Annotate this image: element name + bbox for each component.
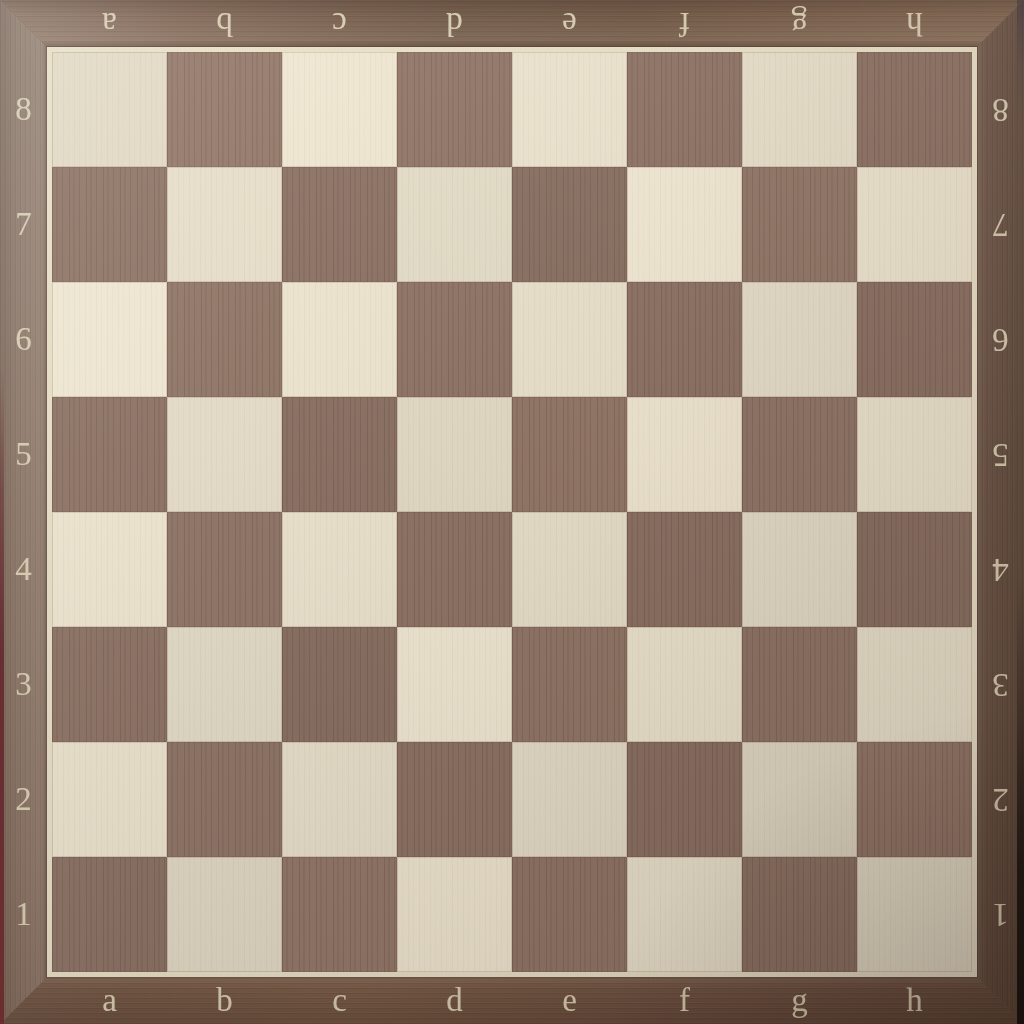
square-b3[interactable]	[167, 627, 282, 742]
file-label-top-d: d	[397, 0, 512, 47]
rank-label-left-1: 1	[0, 857, 47, 972]
square-d1[interactable]	[397, 857, 512, 972]
file-label-bottom-g: g	[742, 977, 857, 1024]
rank-label-left-4: 4	[0, 512, 47, 627]
square-f7[interactable]	[627, 167, 742, 282]
square-e6[interactable]	[512, 282, 627, 397]
square-b7[interactable]	[167, 167, 282, 282]
rank-label-left-3: 3	[0, 627, 47, 742]
file-label-bottom-f: f	[627, 977, 742, 1024]
square-d5[interactable]	[397, 397, 512, 512]
coords-top: abcdefgh	[52, 0, 972, 47]
coords-bottom: abcdefgh	[52, 977, 972, 1024]
rank-label-right-1: 1	[977, 857, 1024, 972]
square-d6[interactable]	[397, 282, 512, 397]
square-e4[interactable]	[512, 512, 627, 627]
square-g2[interactable]	[742, 742, 857, 857]
square-g7[interactable]	[742, 167, 857, 282]
square-e3[interactable]	[512, 627, 627, 742]
chessboard: abcdefgh abcdefgh 87654321 87654321	[0, 0, 1024, 1024]
square-c1[interactable]	[282, 857, 397, 972]
square-h3[interactable]	[857, 627, 972, 742]
rank-label-left-7: 7	[0, 167, 47, 282]
square-f1[interactable]	[627, 857, 742, 972]
square-b8[interactable]	[167, 52, 282, 167]
square-e1[interactable]	[512, 857, 627, 972]
file-label-bottom-a: a	[52, 977, 167, 1024]
square-g1[interactable]	[742, 857, 857, 972]
square-e8[interactable]	[512, 52, 627, 167]
square-g3[interactable]	[742, 627, 857, 742]
square-f5[interactable]	[627, 397, 742, 512]
square-e5[interactable]	[512, 397, 627, 512]
square-c3[interactable]	[282, 627, 397, 742]
square-g5[interactable]	[742, 397, 857, 512]
square-d3[interactable]	[397, 627, 512, 742]
square-a1[interactable]	[52, 857, 167, 972]
square-d4[interactable]	[397, 512, 512, 627]
square-a8[interactable]	[52, 52, 167, 167]
file-label-bottom-d: d	[397, 977, 512, 1024]
file-label-top-e: e	[512, 0, 627, 47]
square-h1[interactable]	[857, 857, 972, 972]
square-h7[interactable]	[857, 167, 972, 282]
file-label-top-g: g	[742, 0, 857, 47]
coords-right: 87654321	[977, 52, 1024, 972]
square-d2[interactable]	[397, 742, 512, 857]
rank-label-right-7: 7	[977, 167, 1024, 282]
file-label-bottom-h: h	[857, 977, 972, 1024]
rank-label-left-6: 6	[0, 282, 47, 397]
square-c2[interactable]	[282, 742, 397, 857]
square-e2[interactable]	[512, 742, 627, 857]
square-a4[interactable]	[52, 512, 167, 627]
file-label-bottom-b: b	[167, 977, 282, 1024]
square-f6[interactable]	[627, 282, 742, 397]
square-g4[interactable]	[742, 512, 857, 627]
square-h2[interactable]	[857, 742, 972, 857]
square-g6[interactable]	[742, 282, 857, 397]
coords-left: 87654321	[0, 52, 47, 972]
square-b6[interactable]	[167, 282, 282, 397]
rank-label-left-5: 5	[0, 397, 47, 512]
square-f2[interactable]	[627, 742, 742, 857]
square-a2[interactable]	[52, 742, 167, 857]
rank-label-right-5: 5	[977, 397, 1024, 512]
file-label-bottom-c: c	[282, 977, 397, 1024]
square-h4[interactable]	[857, 512, 972, 627]
square-d8[interactable]	[397, 52, 512, 167]
rank-label-left-2: 2	[0, 742, 47, 857]
rank-label-right-3: 3	[977, 627, 1024, 742]
rank-label-right-6: 6	[977, 282, 1024, 397]
square-b5[interactable]	[167, 397, 282, 512]
file-label-bottom-e: e	[512, 977, 627, 1024]
square-a7[interactable]	[52, 167, 167, 282]
file-label-top-a: a	[52, 0, 167, 47]
square-f8[interactable]	[627, 52, 742, 167]
square-c4[interactable]	[282, 512, 397, 627]
square-a6[interactable]	[52, 282, 167, 397]
square-g8[interactable]	[742, 52, 857, 167]
square-c7[interactable]	[282, 167, 397, 282]
square-c5[interactable]	[282, 397, 397, 512]
square-c8[interactable]	[282, 52, 397, 167]
square-b1[interactable]	[167, 857, 282, 972]
square-b4[interactable]	[167, 512, 282, 627]
square-h8[interactable]	[857, 52, 972, 167]
file-label-top-h: h	[857, 0, 972, 47]
board-squares	[52, 52, 972, 972]
square-h6[interactable]	[857, 282, 972, 397]
file-label-top-c: c	[282, 0, 397, 47]
square-d7[interactable]	[397, 167, 512, 282]
rank-label-right-2: 2	[977, 742, 1024, 857]
square-h5[interactable]	[857, 397, 972, 512]
rank-label-left-8: 8	[0, 52, 47, 167]
file-label-top-b: b	[167, 0, 282, 47]
square-b2[interactable]	[167, 742, 282, 857]
square-a5[interactable]	[52, 397, 167, 512]
square-f3[interactable]	[627, 627, 742, 742]
square-f4[interactable]	[627, 512, 742, 627]
rank-label-right-8: 8	[977, 52, 1024, 167]
file-label-top-f: f	[627, 0, 742, 47]
square-a3[interactable]	[52, 627, 167, 742]
square-c6[interactable]	[282, 282, 397, 397]
rank-label-right-4: 4	[977, 512, 1024, 627]
square-e7[interactable]	[512, 167, 627, 282]
